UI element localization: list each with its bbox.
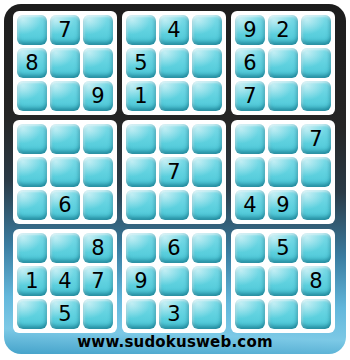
cell-r3c9[interactable]: [301, 81, 331, 111]
cell-r2c1[interactable]: 8: [17, 48, 47, 78]
cell-r9c8[interactable]: [268, 299, 298, 329]
cell-r4c7[interactable]: [235, 124, 265, 154]
cell-r7c3[interactable]: 8: [83, 233, 113, 263]
cell-r6c8[interactable]: 9: [268, 190, 298, 220]
cell-r2c6[interactable]: [192, 48, 222, 78]
cell-r9c4[interactable]: [126, 299, 156, 329]
cell-r3c7[interactable]: 7: [235, 81, 265, 111]
sudoku-box-1-2: 451: [122, 11, 226, 115]
cell-r9c9[interactable]: [301, 299, 331, 329]
cell-r5c3[interactable]: [83, 157, 113, 187]
cell-r3c1[interactable]: [17, 81, 47, 111]
cell-r2c5[interactable]: [159, 48, 189, 78]
sudoku-box-3-3: 58: [231, 229, 335, 333]
sudoku-board: 7894519267677498147569358: [13, 11, 335, 333]
sudoku-box-2-3: 749: [231, 120, 335, 224]
cell-r5c9[interactable]: [301, 157, 331, 187]
cell-r4c5[interactable]: [159, 124, 189, 154]
cell-r7c1[interactable]: [17, 233, 47, 263]
cell-r6c4[interactable]: [126, 190, 156, 220]
cell-r2c7[interactable]: 6: [235, 48, 265, 78]
sudoku-box-1-3: 9267: [231, 11, 335, 115]
cell-r8c2[interactable]: 4: [50, 266, 80, 296]
sudoku-box-2-2: 7: [122, 120, 226, 224]
cell-r5c8[interactable]: [268, 157, 298, 187]
cell-r4c1[interactable]: [17, 124, 47, 154]
cell-r8c7[interactable]: [235, 266, 265, 296]
cell-r9c6[interactable]: [192, 299, 222, 329]
site-url: www.sudokusweb.com: [4, 333, 346, 354]
cell-r7c4[interactable]: [126, 233, 156, 263]
cell-r9c3[interactable]: [83, 299, 113, 329]
cell-r1c8[interactable]: 2: [268, 15, 298, 45]
cell-r8c4[interactable]: 9: [126, 266, 156, 296]
cell-r1c2[interactable]: 7: [50, 15, 80, 45]
cell-r5c6[interactable]: [192, 157, 222, 187]
cell-r7c5[interactable]: 6: [159, 233, 189, 263]
cell-r2c2[interactable]: [50, 48, 80, 78]
cell-r1c5[interactable]: 4: [159, 15, 189, 45]
cell-r8c1[interactable]: 1: [17, 266, 47, 296]
cell-r9c2[interactable]: 5: [50, 299, 80, 329]
cell-r8c8[interactable]: [268, 266, 298, 296]
cell-r3c8[interactable]: [268, 81, 298, 111]
cell-r1c4[interactable]: [126, 15, 156, 45]
cell-r8c5[interactable]: [159, 266, 189, 296]
cell-r7c7[interactable]: [235, 233, 265, 263]
cell-r4c8[interactable]: [268, 124, 298, 154]
cell-r4c3[interactable]: [83, 124, 113, 154]
cell-r1c3[interactable]: [83, 15, 113, 45]
cell-r6c5[interactable]: [159, 190, 189, 220]
cell-r1c6[interactable]: [192, 15, 222, 45]
cell-r8c3[interactable]: 7: [83, 266, 113, 296]
cell-r9c7[interactable]: [235, 299, 265, 329]
cell-r7c9[interactable]: [301, 233, 331, 263]
cell-r6c2[interactable]: 6: [50, 190, 80, 220]
cell-r2c3[interactable]: [83, 48, 113, 78]
cell-r8c9[interactable]: 8: [301, 266, 331, 296]
sudoku-box-1-1: 789: [13, 11, 117, 115]
cell-r5c4[interactable]: [126, 157, 156, 187]
sudoku-box-2-1: 6: [13, 120, 117, 224]
cell-r3c2[interactable]: [50, 81, 80, 111]
cell-r7c6[interactable]: [192, 233, 222, 263]
cell-r6c9[interactable]: [301, 190, 331, 220]
cell-r2c4[interactable]: 5: [126, 48, 156, 78]
cell-r4c4[interactable]: [126, 124, 156, 154]
cell-r6c7[interactable]: 4: [235, 190, 265, 220]
cell-r1c7[interactable]: 9: [235, 15, 265, 45]
cell-r3c5[interactable]: [159, 81, 189, 111]
cell-r7c8[interactable]: 5: [268, 233, 298, 263]
cell-r2c9[interactable]: [301, 48, 331, 78]
cell-r6c6[interactable]: [192, 190, 222, 220]
board-frame: 7894519267677498147569358 www.sudokusweb…: [4, 4, 346, 354]
cell-r7c2[interactable]: [50, 233, 80, 263]
cell-r3c4[interactable]: 1: [126, 81, 156, 111]
cell-r4c2[interactable]: [50, 124, 80, 154]
cell-r3c6[interactable]: [192, 81, 222, 111]
cell-r9c5[interactable]: 3: [159, 299, 189, 329]
cell-r8c6[interactable]: [192, 266, 222, 296]
cell-r5c7[interactable]: [235, 157, 265, 187]
cell-r5c1[interactable]: [17, 157, 47, 187]
cell-r1c9[interactable]: [301, 15, 331, 45]
cell-r6c3[interactable]: [83, 190, 113, 220]
cell-r6c1[interactable]: [17, 190, 47, 220]
cell-r4c6[interactable]: [192, 124, 222, 154]
cell-r2c8[interactable]: [268, 48, 298, 78]
cell-r5c5[interactable]: 7: [159, 157, 189, 187]
cell-r5c2[interactable]: [50, 157, 80, 187]
cell-r4c9[interactable]: 7: [301, 124, 331, 154]
sudoku-box-3-2: 693: [122, 229, 226, 333]
cell-r9c1[interactable]: [17, 299, 47, 329]
cell-r3c3[interactable]: 9: [83, 81, 113, 111]
cell-r1c1[interactable]: [17, 15, 47, 45]
sudoku-box-3-1: 81475: [13, 229, 117, 333]
